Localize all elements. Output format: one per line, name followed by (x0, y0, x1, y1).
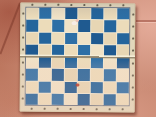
square-d1 (65, 94, 77, 105)
square-a4 (26, 57, 38, 68)
coordinate-tick (22, 49, 24, 51)
coordinate-tick (132, 50, 134, 52)
coordinate-tick (132, 13, 134, 15)
square-f8 (91, 8, 103, 19)
coordinate-tick (83, 4, 85, 6)
square-a7 (26, 20, 38, 31)
square-f1 (91, 94, 103, 105)
square-g7 (104, 20, 116, 31)
square-g8 (104, 8, 116, 19)
coordinate-tick (70, 107, 72, 109)
coordinate-ticks-bottom (26, 106, 129, 112)
coordinate-tick (109, 4, 111, 6)
square-f2 (91, 82, 103, 93)
coordinate-tick (131, 86, 133, 88)
square-a8 (26, 8, 38, 19)
coordinate-tick (22, 25, 24, 27)
square-e4 (78, 57, 90, 68)
coordinate-tick (122, 4, 124, 6)
coordinate-tick (70, 4, 72, 6)
coordinate-tick (132, 26, 134, 28)
square-h8 (117, 8, 129, 19)
square-g3 (104, 69, 116, 80)
coordinate-tick (21, 85, 23, 87)
coordinate-tick (21, 73, 23, 75)
coordinate-tick (21, 61, 23, 63)
square-e8 (78, 8, 90, 19)
square-c8 (52, 8, 64, 19)
paint-chip-mark (70, 18, 80, 27)
square-c7 (52, 20, 64, 31)
square-h4 (117, 57, 129, 68)
square-h3 (117, 70, 129, 81)
square-g4 (104, 57, 116, 68)
square-a3 (26, 69, 38, 80)
square-b4 (39, 57, 51, 68)
coordinate-tick (31, 107, 33, 109)
square-f6 (91, 33, 103, 44)
square-h7 (117, 21, 129, 32)
square-b1 (39, 93, 51, 104)
square-g1 (104, 94, 116, 105)
square-e3 (78, 69, 90, 80)
square-e6 (78, 33, 90, 44)
coordinate-tick (45, 4, 47, 6)
coordinate-tick (108, 108, 110, 110)
square-f3 (91, 69, 103, 80)
square-c4 (52, 57, 64, 68)
square-b6 (39, 32, 51, 43)
coordinate-tick (131, 74, 133, 76)
square-b8 (39, 8, 51, 19)
square-h2 (117, 82, 129, 93)
square-d3 (65, 69, 77, 80)
square-c2 (52, 81, 64, 92)
coordinate-tick (44, 107, 46, 109)
floor-grout-line-right (136, 20, 156, 22)
square-b2 (39, 81, 51, 92)
square-e1 (78, 94, 90, 105)
square-c6 (52, 32, 64, 43)
square-c3 (52, 69, 64, 80)
coordinate-tick (131, 62, 133, 64)
square-c1 (52, 94, 64, 105)
square-f7 (91, 20, 103, 31)
square-d4 (65, 57, 77, 68)
square-h1 (117, 94, 129, 105)
square-d6 (65, 32, 77, 43)
coordinate-tick (58, 4, 60, 6)
coordinate-tick (22, 37, 24, 39)
coordinate-tick (22, 13, 24, 15)
square-g2 (104, 82, 116, 93)
square-b7 (39, 20, 51, 31)
coordinate-tick (131, 98, 133, 100)
coordinate-tick (21, 98, 23, 100)
square-f4 (91, 57, 103, 68)
coordinate-tick (95, 108, 97, 110)
square-g6 (104, 33, 116, 44)
coordinate-tick (83, 108, 85, 110)
coordinate-tick (57, 107, 59, 109)
square-a1 (26, 93, 38, 104)
floor-grout-line-left (0, 2, 20, 54)
coordinate-tick (96, 4, 98, 6)
coordinate-tick (121, 108, 123, 110)
square-b3 (39, 69, 51, 80)
coordinate-tick (32, 4, 34, 6)
coordinate-tick (132, 38, 134, 40)
square-a2 (26, 81, 38, 92)
square-a6 (26, 32, 38, 43)
photo-scene (0, 0, 156, 117)
square-h6 (117, 33, 129, 44)
red-smudge-mark (74, 82, 81, 88)
